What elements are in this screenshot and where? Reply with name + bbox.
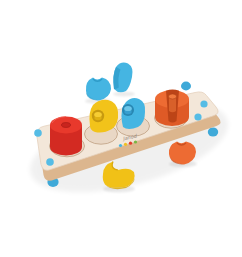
corner-peg-bottom-right: [194, 113, 201, 120]
red-piece-slot-1[interactable]: [50, 117, 82, 156]
loose-orange-wedge-piece[interactable]: [169, 142, 197, 168]
board-right-foot: [208, 127, 218, 136]
blue-nub-top: [124, 106, 132, 111]
corner-peg-top-left: [34, 129, 42, 137]
logo-dot-green: [134, 140, 137, 143]
orange-nub-top: [169, 94, 177, 99]
loose-blue-wedge-piece[interactable]: [113, 63, 135, 97]
logo-dot-yellow: [124, 143, 127, 146]
orange-piece-slot-4[interactable]: [155, 89, 189, 126]
piece-shadow: [113, 91, 135, 96]
board-back-foot: [181, 82, 191, 91]
product-photo-canvas: Janod: [0, 0, 242, 257]
corner-peg-bottom-left: [46, 158, 54, 166]
logo-dot-blue: [119, 144, 122, 147]
corner-peg-top-right: [200, 100, 207, 107]
yellow-nub-top: [94, 112, 102, 117]
toy-scene: Janod: [0, 0, 242, 257]
red-top-dimple: [62, 123, 71, 128]
logo-dot-red: [129, 142, 132, 145]
